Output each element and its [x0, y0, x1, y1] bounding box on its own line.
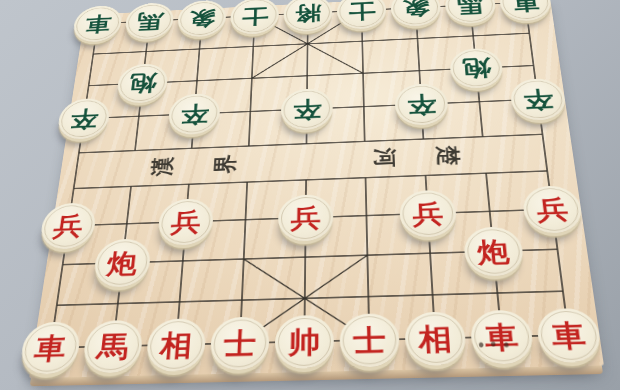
piece-black-chariot[interactable]: 車 [71, 5, 123, 43]
piece-black-horse[interactable]: 馬 [444, 0, 497, 25]
piece-black-soldier[interactable]: 卒 [167, 93, 221, 136]
piece-glyph: 卒 [406, 92, 436, 116]
piece-glyph: 車 [33, 333, 68, 362]
piece-glyph: 兵 [412, 200, 444, 227]
piece-black-advisor[interactable]: 士 [230, 0, 280, 35]
piece-black-soldier[interactable]: 卒 [394, 83, 449, 126]
piece-red-cannon[interactable]: 炮 [92, 238, 152, 288]
piece-glyph: 車 [510, 0, 540, 13]
piece-glyph: 士 [241, 5, 268, 26]
piece-glyph: 兵 [52, 213, 85, 239]
piece-glyph: 卒 [292, 97, 321, 121]
piece-glyph: 炮 [128, 72, 157, 95]
piece-black-cannon[interactable]: 炮 [116, 63, 170, 104]
piece-glyph: 士 [353, 325, 386, 355]
xiangqi-board: 漢 界 河 楚 車馬象士將士象馬車炮炮卒卒卒卒卒兵兵兵兵兵炮炮車馬相士帅士相車車 [29, 0, 604, 378]
piece-black-cannon[interactable]: 炮 [449, 47, 505, 89]
piece-glyph: 卒 [68, 107, 99, 130]
piece-glyph: 炮 [106, 249, 139, 276]
piece-black-horse[interactable]: 馬 [124, 2, 175, 40]
piece-glyph: 兵 [290, 204, 321, 231]
piece-glyph: 馬 [456, 0, 485, 16]
piece-glyph: 卒 [179, 102, 209, 125]
piece-black-elephant[interactable]: 象 [390, 0, 442, 27]
piece-glyph: 象 [402, 0, 430, 18]
scene: 漢 界 河 楚 車馬象士將士象馬車炮炮卒卒卒卒卒兵兵兵兵兵炮炮車馬相士帅士相車車 [0, 0, 620, 390]
piece-glyph: 馬 [135, 11, 163, 32]
piece-red-soldier[interactable]: 兵 [157, 198, 215, 246]
piece-black-soldier[interactable]: 卒 [281, 88, 333, 131]
piece-glyph: 馬 [96, 332, 131, 362]
piece-red-soldier[interactable]: 兵 [38, 202, 98, 249]
piece-glyph: 士 [348, 0, 375, 21]
pieces-layer: 車馬象士將士象馬車炮炮卒卒卒卒卒兵兵兵兵兵炮炮車馬相士帅士相車車 [51, 2, 569, 348]
piece-black-general[interactable]: 將 [283, 0, 332, 33]
piece-red-soldier[interactable]: 兵 [278, 194, 334, 242]
piece-glyph: 士 [223, 328, 256, 358]
piece-red-cannon[interactable]: 炮 [463, 226, 526, 277]
maker-stamp [473, 338, 515, 351]
piece-glyph: 相 [159, 330, 193, 360]
piece-glyph: 車 [83, 13, 112, 34]
piece-glyph: 象 [188, 8, 216, 29]
piece-black-soldier[interactable]: 卒 [56, 98, 112, 140]
piece-glyph: 炮 [476, 237, 510, 265]
piece-glyph: 卒 [522, 87, 554, 111]
piece-glyph: 車 [550, 320, 588, 351]
piece-glyph: 帅 [288, 327, 321, 357]
piece-glyph: 相 [418, 323, 453, 353]
piece-black-advisor[interactable]: 士 [337, 0, 387, 30]
piece-black-elephant[interactable]: 象 [176, 0, 227, 38]
piece-glyph: 兵 [170, 209, 202, 235]
piece-glyph: 兵 [535, 196, 570, 223]
piece-red-soldier[interactable]: 兵 [399, 189, 458, 238]
piece-glyph: 將 [294, 3, 321, 24]
piece-glyph: 炮 [461, 57, 492, 80]
